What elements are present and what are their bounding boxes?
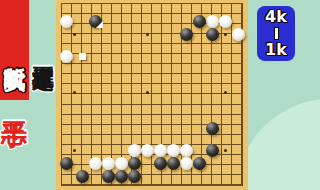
star-point (73, 91, 76, 94)
black-stone (206, 28, 219, 41)
rank-top: 4k (265, 9, 287, 25)
white-stone (219, 15, 232, 28)
white-stone (60, 50, 73, 63)
star-point (73, 149, 76, 152)
white-stone (167, 144, 180, 157)
white-stone (128, 144, 141, 157)
banner-secondary-wrap: 探索棋之正道 (29, 49, 57, 190)
black-stone (180, 28, 193, 41)
white-stone (60, 15, 73, 28)
rank-badge: 4k 1k (257, 6, 295, 61)
black-stone (206, 144, 219, 157)
white-stone (115, 157, 128, 170)
black-stone (167, 157, 180, 170)
rank-separator (274, 27, 279, 40)
rank-bottom: 1k (265, 42, 287, 58)
white-stone (102, 157, 115, 170)
white-stone (206, 15, 219, 28)
white-stone (180, 157, 193, 170)
triangle-mark (96, 21, 103, 28)
star-point (73, 33, 76, 36)
white-stone (89, 157, 102, 170)
square-marker (79, 53, 86, 60)
black-stone (128, 170, 141, 183)
white-stone (154, 144, 167, 157)
star-point (224, 91, 227, 94)
black-stone (89, 15, 102, 28)
white-stone (180, 144, 193, 157)
black-stone (193, 15, 206, 28)
star-point (224, 149, 227, 152)
thumbnail: { "game": "go", "left_banner": { "primar… (0, 0, 304, 190)
black-stone (60, 157, 73, 170)
black-stone (115, 170, 128, 183)
goban (56, 0, 248, 190)
black-stone (102, 170, 115, 183)
star-point (146, 33, 149, 36)
black-stone (128, 157, 141, 170)
banner-red-strip: 斩断实战 (0, 0, 29, 100)
white-stone (141, 144, 154, 157)
black-stone (193, 157, 206, 170)
banner-red-text-wrap: 恶手 (0, 100, 29, 160)
white-stone (232, 28, 245, 41)
star-point (224, 33, 227, 36)
black-stone (206, 122, 219, 135)
black-stone (154, 157, 167, 170)
star-point (146, 91, 149, 94)
black-stone (76, 170, 89, 183)
